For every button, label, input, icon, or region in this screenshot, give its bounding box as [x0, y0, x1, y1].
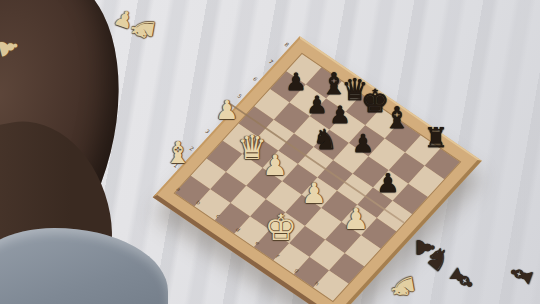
black-bishop-f8[interactable]: ♝ [384, 103, 411, 133]
white-pawn-d3[interactable]: ♟ [262, 152, 287, 180]
player-denim-shoulder [0, 228, 168, 304]
white-bishop-a1[interactable]: ♝ [165, 138, 192, 168]
bottom-dark-pawn[interactable]: ♟ [413, 237, 437, 259]
black-pawn-c7[interactable]: ♟ [306, 93, 328, 117]
black-pawn-b7[interactable]: ♟ [285, 70, 307, 94]
far-right-dark-bishop[interactable]: ♝ [505, 259, 540, 292]
white-pawn-h3[interactable]: ♟ [343, 205, 369, 234]
black-pawn-f6[interactable]: ♟ [352, 131, 374, 156]
white-pawn-a4[interactable]: ♟ [215, 97, 238, 123]
photo-scene: 87654321 abcdefgh ♝♟♛♟♚♟♟♟♝♟♛♟♚♝♜♞♟♟ ♞♟♟… [0, 0, 540, 304]
white-pawn-f3[interactable]: ♟ [301, 180, 326, 208]
white-king-f1[interactable]: ♚ [265, 210, 297, 246]
black-knight-e5[interactable]: ♞ [312, 126, 337, 154]
bottom-white-knight[interactable]: ♞ [386, 271, 420, 303]
black-rook-h8[interactable]: ♜ [424, 124, 448, 151]
black-pawn-h5[interactable]: ♟ [376, 170, 399, 196]
